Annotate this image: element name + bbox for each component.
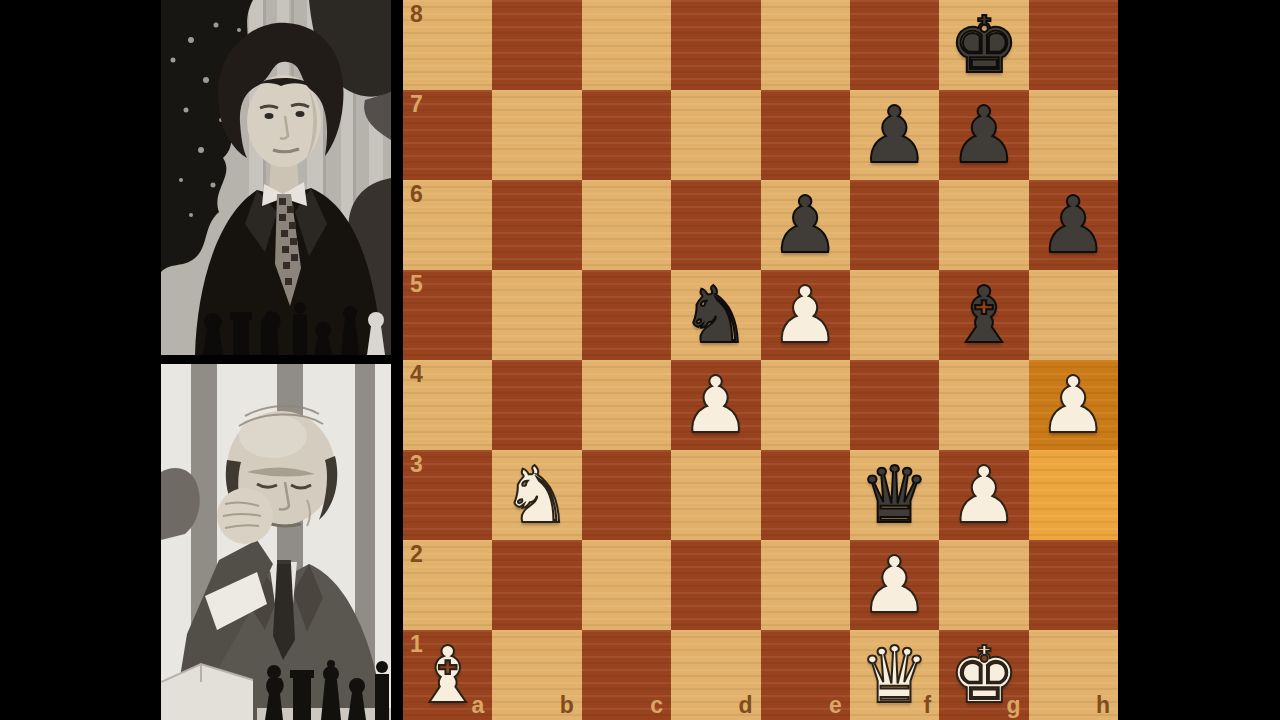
photo-top-player bbox=[161, 0, 391, 355]
piece-white-knight-b3: ♞ bbox=[502, 456, 572, 534]
square-b4 bbox=[492, 360, 581, 450]
square-a3: 3 bbox=[403, 450, 492, 540]
rank-label-7: 7 bbox=[410, 93, 423, 116]
square-c2 bbox=[582, 540, 671, 630]
square-g7: ♟ bbox=[939, 90, 1028, 180]
file-label-g: g bbox=[1007, 694, 1021, 717]
square-d2 bbox=[671, 540, 760, 630]
square-b1: b bbox=[492, 630, 581, 720]
square-h8 bbox=[1029, 0, 1118, 90]
square-e6: ♟ bbox=[761, 180, 850, 270]
square-a7: 7 bbox=[403, 90, 492, 180]
square-d6 bbox=[671, 180, 760, 270]
rank-label-6: 6 bbox=[410, 183, 423, 206]
square-f6 bbox=[850, 180, 939, 270]
photo-bottom-player bbox=[161, 364, 391, 720]
square-h2 bbox=[1029, 540, 1118, 630]
square-b7 bbox=[492, 90, 581, 180]
square-e1: e bbox=[761, 630, 850, 720]
file-label-e: e bbox=[829, 694, 842, 717]
square-d8 bbox=[671, 0, 760, 90]
square-a5: 5 bbox=[403, 270, 492, 360]
square-e3 bbox=[761, 450, 850, 540]
square-d4: ♟ bbox=[671, 360, 760, 450]
square-g4 bbox=[939, 360, 1028, 450]
square-f7: ♟ bbox=[850, 90, 939, 180]
square-f8 bbox=[850, 0, 939, 90]
piece-black-king-g8: ♚ bbox=[949, 6, 1019, 84]
piece-white-pawn-h4: ♟ bbox=[1038, 366, 1108, 444]
square-e4 bbox=[761, 360, 850, 450]
square-d7 bbox=[671, 90, 760, 180]
square-c1: c bbox=[582, 630, 671, 720]
square-b8 bbox=[492, 0, 581, 90]
square-c5 bbox=[582, 270, 671, 360]
square-b3: ♞ bbox=[492, 450, 581, 540]
square-h6: ♟ bbox=[1029, 180, 1118, 270]
square-g1: g♚ bbox=[939, 630, 1028, 720]
rank-label-2: 2 bbox=[410, 543, 423, 566]
square-c8 bbox=[582, 0, 671, 90]
square-a6: 6 bbox=[403, 180, 492, 270]
piece-black-pawn-g7: ♟ bbox=[949, 96, 1019, 174]
square-c3 bbox=[582, 450, 671, 540]
piece-black-pawn-e6: ♟ bbox=[770, 186, 840, 264]
square-b5 bbox=[492, 270, 581, 360]
piece-white-pawn-f2: ♟ bbox=[860, 546, 930, 624]
square-b2 bbox=[492, 540, 581, 630]
square-a1: 1a♝ bbox=[403, 630, 492, 720]
video-frame: 8♚7♟♟6♟♟5♞♟♝4♟♟3♞♛♟2♟1a♝bcdef♛g♚h bbox=[0, 0, 1280, 720]
square-e8 bbox=[761, 0, 850, 90]
square-h5 bbox=[1029, 270, 1118, 360]
square-f2: ♟ bbox=[850, 540, 939, 630]
file-label-b: b bbox=[560, 694, 574, 717]
rank-label-1: 1 bbox=[410, 633, 423, 656]
rank-label-3: 3 bbox=[410, 453, 423, 476]
rank-label-8: 8 bbox=[410, 3, 423, 26]
piece-white-pawn-g3: ♟ bbox=[949, 456, 1019, 534]
square-h1: h bbox=[1029, 630, 1118, 720]
square-c6 bbox=[582, 180, 671, 270]
piece-white-pawn-e5: ♟ bbox=[770, 276, 840, 354]
square-b6 bbox=[492, 180, 581, 270]
piece-black-queen-f3: ♛ bbox=[860, 456, 930, 534]
square-g8: ♚ bbox=[939, 0, 1028, 90]
square-f4 bbox=[850, 360, 939, 450]
square-h4: ♟ bbox=[1029, 360, 1118, 450]
square-d3 bbox=[671, 450, 760, 540]
file-label-d: d bbox=[738, 694, 752, 717]
piece-black-knight-d5: ♞ bbox=[681, 276, 751, 354]
square-a2: 2 bbox=[403, 540, 492, 630]
square-f1: f♛ bbox=[850, 630, 939, 720]
file-label-h: h bbox=[1096, 694, 1110, 717]
square-c4 bbox=[582, 360, 671, 450]
square-e2 bbox=[761, 540, 850, 630]
square-d5: ♞ bbox=[671, 270, 760, 360]
square-h3 bbox=[1029, 450, 1118, 540]
chess-board: 8♚7♟♟6♟♟5♞♟♝4♟♟3♞♛♟2♟1a♝bcdef♛g♚h bbox=[403, 0, 1118, 720]
square-h7 bbox=[1029, 90, 1118, 180]
piece-black-pawn-f7: ♟ bbox=[860, 96, 930, 174]
square-e7 bbox=[761, 90, 850, 180]
photo-top-player-illustration bbox=[161, 0, 391, 355]
file-label-c: c bbox=[650, 694, 663, 717]
square-g6 bbox=[939, 180, 1028, 270]
square-c7 bbox=[582, 90, 671, 180]
rank-label-5: 5 bbox=[410, 273, 423, 296]
file-label-f: f bbox=[924, 694, 932, 717]
photo-bottom-player-illustration bbox=[161, 364, 391, 720]
square-e5: ♟ bbox=[761, 270, 850, 360]
square-g2 bbox=[939, 540, 1028, 630]
file-label-a: a bbox=[472, 694, 485, 717]
square-a4: 4 bbox=[403, 360, 492, 450]
square-g5: ♝ bbox=[939, 270, 1028, 360]
square-d1: d bbox=[671, 630, 760, 720]
square-g3: ♟ bbox=[939, 450, 1028, 540]
piece-white-pawn-d4: ♟ bbox=[681, 366, 751, 444]
square-f5 bbox=[850, 270, 939, 360]
square-a8: 8 bbox=[403, 0, 492, 90]
piece-black-bishop-g5: ♝ bbox=[949, 276, 1019, 354]
piece-white-queen-f1: ♛ bbox=[860, 636, 930, 714]
rank-label-4: 4 bbox=[410, 363, 423, 386]
piece-black-pawn-h6: ♟ bbox=[1038, 186, 1108, 264]
square-f3: ♛ bbox=[850, 450, 939, 540]
